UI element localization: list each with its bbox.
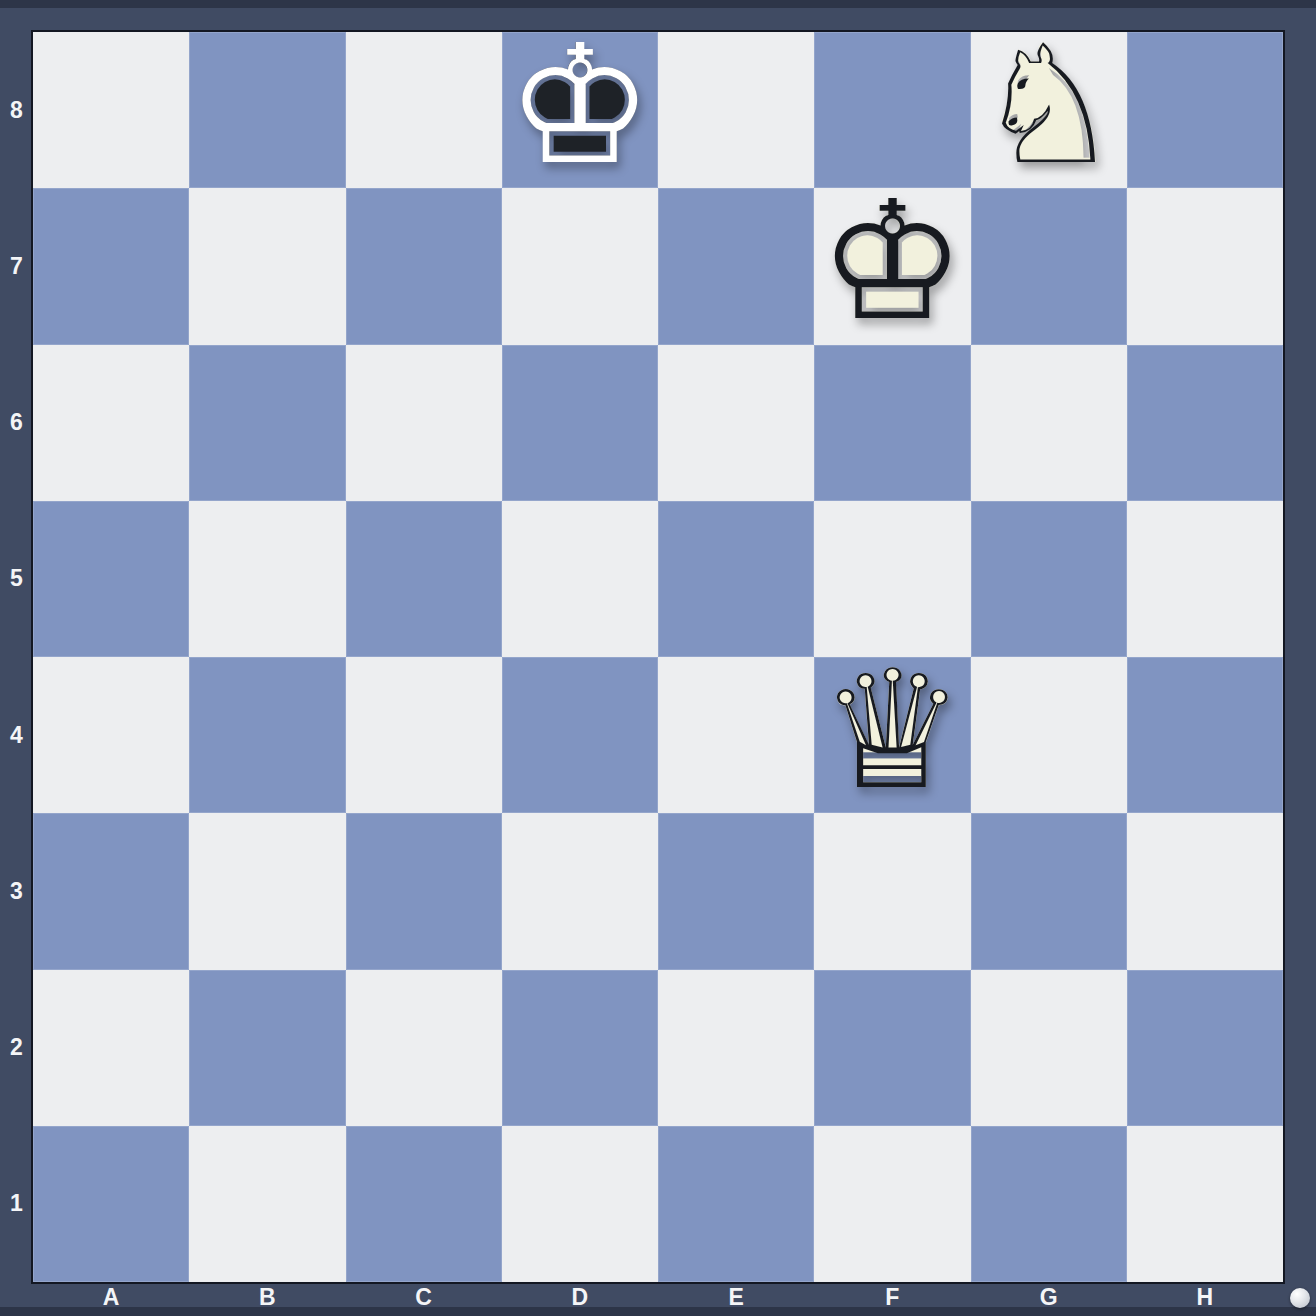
square-h6[interactable] <box>1127 345 1283 501</box>
square-d8[interactable]: ♚♔ <box>502 32 658 188</box>
square-g7[interactable] <box>971 188 1127 344</box>
square-e8[interactable] <box>658 32 814 188</box>
file-label-g: G <box>971 1283 1127 1311</box>
rank-labels: 87654321 <box>0 32 33 1282</box>
square-a5[interactable] <box>33 501 189 657</box>
piece-white-king[interactable]: ♚♔ <box>814 188 970 344</box>
square-a2[interactable] <box>33 970 189 1126</box>
square-e7[interactable] <box>658 188 814 344</box>
square-c8[interactable] <box>346 32 502 188</box>
square-d7[interactable] <box>502 188 658 344</box>
file-label-e: E <box>658 1283 814 1311</box>
square-h1[interactable] <box>1127 1126 1283 1282</box>
square-g6[interactable] <box>971 345 1127 501</box>
square-a7[interactable] <box>33 188 189 344</box>
square-e4[interactable] <box>658 657 814 813</box>
square-g8[interactable]: ♞♘ <box>971 32 1127 188</box>
file-label-f: F <box>814 1283 970 1311</box>
square-e5[interactable] <box>658 501 814 657</box>
square-h5[interactable] <box>1127 501 1283 657</box>
piece-white-knight[interactable]: ♞♘ <box>971 32 1127 188</box>
square-f8[interactable] <box>814 32 970 188</box>
square-f1[interactable] <box>814 1126 970 1282</box>
square-c5[interactable] <box>346 501 502 657</box>
square-h3[interactable] <box>1127 813 1283 969</box>
square-e3[interactable] <box>658 813 814 969</box>
square-h7[interactable] <box>1127 188 1283 344</box>
square-g3[interactable] <box>971 813 1127 969</box>
king-outline-glyph: ♔ <box>814 184 970 340</box>
file-label-a: A <box>33 1283 189 1311</box>
square-f4[interactable]: ♛♕ <box>814 657 970 813</box>
square-f7[interactable]: ♚♔ <box>814 188 970 344</box>
square-g4[interactable] <box>971 657 1127 813</box>
square-c2[interactable] <box>346 970 502 1126</box>
square-c3[interactable] <box>346 813 502 969</box>
square-h4[interactable] <box>1127 657 1283 813</box>
square-f6[interactable] <box>814 345 970 501</box>
square-a6[interactable] <box>33 345 189 501</box>
square-b7[interactable] <box>189 188 345 344</box>
square-d6[interactable] <box>502 345 658 501</box>
rank-label-6: 6 <box>0 345 33 501</box>
square-a1[interactable] <box>33 1126 189 1282</box>
square-g1[interactable] <box>971 1126 1127 1282</box>
rank-label-1: 1 <box>0 1126 33 1282</box>
square-f2[interactable] <box>814 970 970 1126</box>
square-g2[interactable] <box>971 970 1127 1126</box>
file-label-c: C <box>346 1283 502 1311</box>
rank-label-3: 3 <box>0 813 33 969</box>
square-h8[interactable] <box>1127 32 1283 188</box>
rank-label-7: 7 <box>0 188 33 344</box>
square-d5[interactable] <box>502 501 658 657</box>
square-d2[interactable] <box>502 970 658 1126</box>
square-h2[interactable] <box>1127 970 1283 1126</box>
square-c4[interactable] <box>346 657 502 813</box>
square-e2[interactable] <box>658 970 814 1126</box>
square-g5[interactable] <box>971 501 1127 657</box>
square-b2[interactable] <box>189 970 345 1126</box>
square-e1[interactable] <box>658 1126 814 1282</box>
square-e6[interactable] <box>658 345 814 501</box>
piece-white-queen[interactable]: ♛♕ <box>814 657 970 813</box>
chess-board: ♚♔♞♘♚♔♛♕ <box>33 32 1283 1282</box>
square-b5[interactable] <box>189 501 345 657</box>
queen-outline-glyph: ♕ <box>814 653 970 809</box>
rank-label-4: 4 <box>0 657 33 813</box>
square-d1[interactable] <box>502 1126 658 1282</box>
rank-label-5: 5 <box>0 501 33 657</box>
square-f3[interactable] <box>814 813 970 969</box>
rank-label-2: 2 <box>0 970 33 1126</box>
square-a3[interactable] <box>33 813 189 969</box>
square-b6[interactable] <box>189 345 345 501</box>
white-to-move-indicator <box>1290 1288 1310 1308</box>
square-a8[interactable] <box>33 32 189 188</box>
square-c1[interactable] <box>346 1126 502 1282</box>
file-label-b: B <box>189 1283 345 1311</box>
square-b3[interactable] <box>189 813 345 969</box>
board-frame: 87654321 ♚♔♞♘♚♔♛♕ ABCDEFGH <box>0 0 1316 1316</box>
square-f5[interactable] <box>814 501 970 657</box>
square-d3[interactable] <box>502 813 658 969</box>
file-label-h: H <box>1127 1283 1283 1311</box>
square-c7[interactable] <box>346 188 502 344</box>
piece-black-king[interactable]: ♚♔ <box>502 32 658 188</box>
square-d4[interactable] <box>502 657 658 813</box>
square-c6[interactable] <box>346 345 502 501</box>
square-b8[interactable] <box>189 32 345 188</box>
square-b1[interactable] <box>189 1126 345 1282</box>
king-outline-glyph: ♔ <box>502 28 658 184</box>
frame-top-edge <box>0 0 1316 8</box>
square-b4[interactable] <box>189 657 345 813</box>
knight-outline-glyph: ♘ <box>971 28 1127 184</box>
square-a4[interactable] <box>33 657 189 813</box>
file-labels: ABCDEFGH <box>33 1283 1283 1311</box>
rank-label-8: 8 <box>0 32 33 188</box>
file-label-d: D <box>502 1283 658 1311</box>
